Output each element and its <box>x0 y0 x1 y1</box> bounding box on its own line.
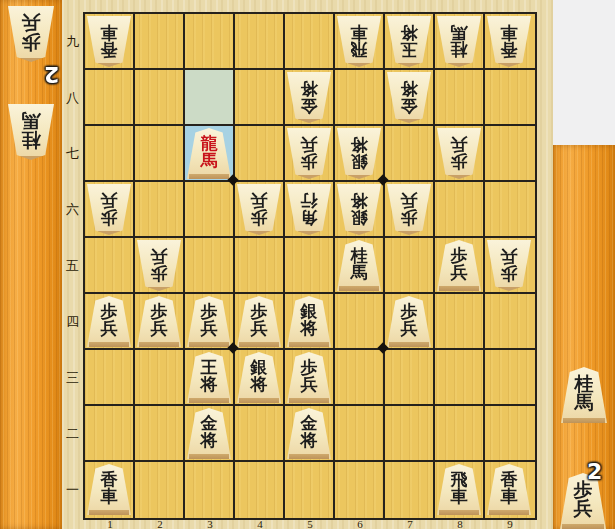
board-cell[interactable] <box>285 14 335 70</box>
shogi-piece-歩兵[interactable]: 歩 兵 <box>137 296 181 347</box>
shogi-piece-金将[interactable]: 金 将 <box>187 408 231 459</box>
board-cell[interactable] <box>335 462 385 518</box>
file-label: 9 <box>485 518 535 529</box>
board-cell[interactable]: 飛 車 <box>335 14 385 70</box>
piece-kanji: 香 車 <box>487 466 531 511</box>
board-cell[interactable]: 歩 兵 <box>235 294 285 350</box>
shogi-board-viewer: 歩 兵2桂 馬 香 車飛 車玉 将桂 馬香 車金 将金 将龍 馬歩 兵銀 将歩 … <box>0 0 615 529</box>
piece-kanji: 歩 兵 <box>237 186 281 231</box>
board-cell[interactable]: 歩 兵 <box>435 238 485 294</box>
piece-kanji: 飛 車 <box>437 466 481 511</box>
piece-kanji: 香 車 <box>487 18 531 63</box>
shogi-piece-歩兵[interactable]: 歩 兵 <box>237 296 281 347</box>
piece-kanji: 金 将 <box>187 410 231 455</box>
piece-kanji: 王 将 <box>187 354 231 399</box>
piece-kanji: 桂 馬 <box>437 18 481 63</box>
board-cell[interactable] <box>135 14 185 70</box>
board-cell[interactable]: 銀 将 <box>335 182 385 238</box>
board-cell[interactable]: 歩 兵 <box>135 294 185 350</box>
shogi-piece-歩兵[interactable]: 歩 兵 <box>187 296 231 347</box>
piece-kanji: 金 将 <box>287 410 331 455</box>
board-cell[interactable] <box>185 182 235 238</box>
board-cell[interactable] <box>235 126 285 182</box>
board-cell[interactable]: 金 将 <box>185 406 235 462</box>
board-cell[interactable] <box>485 70 535 126</box>
shogi-piece-銀将[interactable]: 銀 将 <box>337 128 381 179</box>
piece-kanji: 桂 馬 <box>337 242 381 287</box>
board-cell[interactable]: 歩 兵 <box>385 294 435 350</box>
board-cell[interactable]: 銀 将 <box>285 294 335 350</box>
board-cell[interactable]: 歩 兵 <box>135 238 185 294</box>
shogi-piece-歩兵[interactable]: 歩 兵 <box>387 296 431 347</box>
board-cell[interactable] <box>385 462 435 518</box>
shogi-piece-香車[interactable]: 香 車 <box>487 464 531 515</box>
piece-kanji: 歩 兵 <box>187 298 231 343</box>
board-cell[interactable]: 銀 将 <box>335 126 385 182</box>
shogi-piece-玉将[interactable]: 玉 将 <box>387 16 431 67</box>
rank-label: 八 <box>62 70 83 126</box>
piece-kanji: 銀 将 <box>237 354 281 399</box>
komadai-top-player: 歩 兵2桂 馬 <box>0 0 62 529</box>
board-cell[interactable]: 歩 兵 <box>485 238 535 294</box>
file-label: 2 <box>135 518 185 529</box>
shogi-piece-銀将[interactable]: 銀 将 <box>237 352 281 403</box>
board-cell[interactable] <box>135 406 185 462</box>
shogi-piece-歩兵[interactable]: 歩 兵 <box>87 296 131 347</box>
board-cell[interactable] <box>335 406 385 462</box>
board-cell[interactable] <box>135 70 185 126</box>
board-cell[interactable]: 飛 車 <box>435 462 485 518</box>
board-cell[interactable] <box>85 126 135 182</box>
board-cell[interactable] <box>435 406 485 462</box>
piece-kanji: 角 行 <box>287 186 331 231</box>
rank-label: 六 <box>62 182 83 238</box>
shogi-piece-歩兵[interactable]: 歩 兵 <box>387 184 431 235</box>
board-cell[interactable] <box>185 462 235 518</box>
shogi-piece-歩兵[interactable]: 歩 兵 <box>437 128 481 179</box>
piece-kanji: 歩 兵 <box>137 298 181 343</box>
shogi-piece-歩兵[interactable]: 歩 兵 <box>87 184 131 235</box>
board-cell[interactable] <box>185 70 235 126</box>
board-cell[interactable]: 香 車 <box>85 462 135 518</box>
file-label: 7 <box>385 518 435 529</box>
board-cell[interactable]: 香 車 <box>85 14 135 70</box>
board-frame: 香 車飛 車玉 将桂 馬香 車金 将金 将龍 馬歩 兵銀 将歩 兵歩 兵歩 兵角… <box>62 0 553 529</box>
piece-kanji: 歩 兵 <box>387 298 431 343</box>
board-cell[interactable] <box>485 406 535 462</box>
piece-kanji: 桂 馬 <box>8 106 54 155</box>
board-cell[interactable] <box>335 350 385 406</box>
board-cell[interactable]: 玉 将 <box>385 14 435 70</box>
piece-kanji: 金 将 <box>387 74 431 119</box>
piece-kanji: 銀 将 <box>287 298 331 343</box>
piece-kanji: 銀 将 <box>337 130 381 175</box>
shogi-piece-歩兵[interactable]: 歩 兵 <box>237 184 281 235</box>
piece-kanji: 歩 兵 <box>387 186 431 231</box>
board-cell[interactable] <box>485 182 535 238</box>
board-cell[interactable] <box>385 238 435 294</box>
board-cell[interactable] <box>485 350 535 406</box>
board-cell[interactable]: 歩 兵 <box>285 126 335 182</box>
piece-kanji: 香 車 <box>87 18 131 63</box>
board-cell[interactable] <box>485 294 535 350</box>
board-cell[interactable] <box>335 70 385 126</box>
board-cell[interactable]: 香 車 <box>485 462 535 518</box>
board-cell[interactable]: 歩 兵 <box>235 182 285 238</box>
rank-label: 四 <box>62 294 83 350</box>
rank-label: 九 <box>62 14 83 70</box>
board-cell[interactable]: 王 将 <box>185 350 235 406</box>
board-cell[interactable] <box>85 238 135 294</box>
shogi-piece-桂馬[interactable]: 桂 馬 <box>8 104 54 160</box>
board-cell[interactable]: 歩 兵 <box>385 182 435 238</box>
shogi-piece-歩兵[interactable]: 歩 兵 <box>287 352 331 403</box>
shogi-piece-桂馬[interactable]: 桂 馬 <box>437 16 481 67</box>
rank-label: 三 <box>62 350 83 406</box>
piece-kanji: 銀 将 <box>337 186 381 231</box>
board-cell[interactable] <box>235 406 285 462</box>
file-label: 3 <box>185 518 235 529</box>
shogi-piece-歩兵[interactable]: 歩 兵 <box>8 6 54 62</box>
board-cell[interactable] <box>135 182 185 238</box>
file-label: 4 <box>235 518 285 529</box>
piece-kanji: 歩 兵 <box>487 242 531 287</box>
piece-kanji: 飛 車 <box>337 18 381 63</box>
shogi-piece-歩兵[interactable]: 歩 兵 <box>287 128 331 179</box>
board-cell[interactable] <box>85 70 135 126</box>
board-cell[interactable] <box>435 350 485 406</box>
shogi-piece-桂馬[interactable]: 桂 馬 <box>561 367 607 423</box>
board-cell[interactable]: 香 車 <box>485 14 535 70</box>
shogi-piece-香車[interactable]: 香 車 <box>87 464 131 515</box>
shogi-piece-飛車[interactable]: 飛 車 <box>337 16 381 67</box>
board-cell[interactable]: 金 将 <box>385 70 435 126</box>
shogi-piece-金将[interactable]: 金 将 <box>287 408 331 459</box>
board-cell[interactable] <box>435 182 485 238</box>
board-cell[interactable]: 金 将 <box>285 406 335 462</box>
piece-kanji: 歩 兵 <box>137 242 181 287</box>
rank-label: 七 <box>62 126 83 182</box>
board-cell[interactable] <box>485 126 535 182</box>
board-cell[interactable]: 歩 兵 <box>85 182 135 238</box>
piece-kanji: 歩 兵 <box>8 8 54 57</box>
shogi-piece-角行[interactable]: 角 行 <box>287 184 331 235</box>
piece-kanji: 歩 兵 <box>437 242 481 287</box>
board-cell[interactable] <box>185 14 235 70</box>
piece-kanji: 歩 兵 <box>87 186 131 231</box>
shogi-piece-桂馬[interactable]: 桂 馬 <box>337 240 381 291</box>
board-cell[interactable]: 角 行 <box>285 182 335 238</box>
board-cell[interactable] <box>285 462 335 518</box>
board-cell[interactable] <box>385 406 435 462</box>
board-cell[interactable]: 金 将 <box>285 70 335 126</box>
shogi-piece-金将[interactable]: 金 将 <box>287 72 331 123</box>
board-cell[interactable] <box>135 126 185 182</box>
piece-kanji: 歩 兵 <box>287 130 331 175</box>
shogi-piece-香車[interactable]: 香 車 <box>487 16 531 67</box>
shogi-piece-香車[interactable]: 香 車 <box>87 16 131 67</box>
board-cell[interactable] <box>335 294 385 350</box>
board-cell[interactable] <box>435 294 485 350</box>
board-cell[interactable] <box>235 238 285 294</box>
piece-kanji: 歩 兵 <box>87 298 131 343</box>
piece-kanji: 歩 兵 <box>237 298 281 343</box>
rank-label: 二 <box>62 406 83 462</box>
piece-kanji: 龍 馬 <box>187 130 231 175</box>
shogi-piece-飛車[interactable]: 飛 車 <box>437 464 481 515</box>
board-cell[interactable]: 歩 兵 <box>285 350 335 406</box>
board-cell[interactable] <box>135 462 185 518</box>
board-cell[interactable]: 桂 馬 <box>435 14 485 70</box>
file-label: 5 <box>285 518 335 529</box>
board-cell[interactable]: 歩 兵 <box>185 294 235 350</box>
file-label: 1 <box>85 518 135 529</box>
board-cell[interactable] <box>385 126 435 182</box>
piece-kanji: 桂 馬 <box>561 369 607 418</box>
board-cell[interactable] <box>235 70 285 126</box>
rank-label: 一 <box>62 462 83 518</box>
board-cell[interactable] <box>235 14 285 70</box>
file-label: 8 <box>435 518 485 529</box>
piece-kanji: 歩 兵 <box>287 354 331 399</box>
shogi-piece-銀将[interactable]: 銀 将 <box>287 296 331 347</box>
board-cell[interactable]: 桂 馬 <box>335 238 385 294</box>
board-cell[interactable] <box>185 238 235 294</box>
board-cell[interactable] <box>85 406 135 462</box>
shogi-piece-龍馬[interactable]: 龍 馬 <box>187 128 231 179</box>
rank-label: 五 <box>62 238 83 294</box>
komadai-bottom-player: 桂 馬歩 兵2 <box>553 145 615 529</box>
board-cell[interactable]: 龍 馬 <box>185 126 235 182</box>
piece-kanji: 歩 兵 <box>437 130 481 175</box>
board-cell[interactable] <box>135 350 185 406</box>
board-cell[interactable] <box>435 70 485 126</box>
captured-count-badge: 2 <box>587 459 602 484</box>
shogi-piece-金将[interactable]: 金 将 <box>387 72 431 123</box>
board-cell[interactable]: 歩 兵 <box>85 294 135 350</box>
board-cell[interactable] <box>85 350 135 406</box>
board-cell[interactable]: 銀 将 <box>235 350 285 406</box>
shogi-piece-歩兵[interactable]: 歩 兵 <box>487 240 531 291</box>
board-grid: 香 車飛 車玉 将桂 馬香 車金 将金 将龍 馬歩 兵銀 将歩 兵歩 兵歩 兵角… <box>83 12 537 520</box>
shogi-piece-王将[interactable]: 王 将 <box>187 352 231 403</box>
captured-count-badge: 2 <box>44 62 59 87</box>
file-label: 6 <box>335 518 385 529</box>
shogi-piece-銀将[interactable]: 銀 将 <box>337 184 381 235</box>
board-cell[interactable]: 歩 兵 <box>435 126 485 182</box>
shogi-piece-歩兵[interactable]: 歩 兵 <box>137 240 181 291</box>
board-cell[interactable] <box>235 462 285 518</box>
piece-kanji: 玉 将 <box>387 18 431 63</box>
piece-kanji: 香 車 <box>87 466 131 511</box>
shogi-piece-歩兵[interactable]: 歩 兵 <box>437 240 481 291</box>
board-cell[interactable] <box>385 350 435 406</box>
piece-kanji: 金 将 <box>287 74 331 119</box>
board-cell[interactable] <box>285 238 335 294</box>
